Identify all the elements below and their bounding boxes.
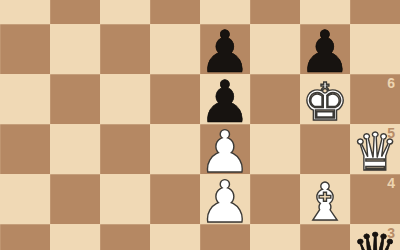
square-b8[interactable] xyxy=(50,0,100,24)
square-c5[interactable] xyxy=(100,124,150,174)
square-f6[interactable] xyxy=(250,74,300,124)
square-b7[interactable] xyxy=(50,24,100,74)
square-f3[interactable] xyxy=(250,224,300,250)
square-h6[interactable]: 6 xyxy=(350,74,400,124)
chess-board-viewport: 65432♟♟♟♚♟♛♟♝♛♟ xyxy=(0,0,400,250)
chess-board[interactable]: 65432♟♟♟♚♟♛♟♝♛♟ xyxy=(0,0,400,250)
square-c8[interactable] xyxy=(100,0,150,24)
square-d6[interactable] xyxy=(150,74,200,124)
square-a8[interactable] xyxy=(0,0,50,24)
square-c7[interactable] xyxy=(100,24,150,74)
square-a6[interactable] xyxy=(0,74,50,124)
white-king-g6[interactable]: ♚ xyxy=(300,77,350,127)
white-queen-h5[interactable]: ♛ xyxy=(350,127,400,177)
square-b5[interactable] xyxy=(50,124,100,174)
square-d3[interactable] xyxy=(150,224,200,250)
white-bishop-g4[interactable]: ♝ xyxy=(300,177,350,227)
square-a5[interactable] xyxy=(0,124,50,174)
square-b6[interactable] xyxy=(50,74,100,124)
square-b3[interactable] xyxy=(50,224,100,250)
square-f4[interactable] xyxy=(250,174,300,224)
square-a7[interactable] xyxy=(0,24,50,74)
white-pawn-e4[interactable]: ♟ xyxy=(200,177,250,227)
rank-label-6: 6 xyxy=(387,76,395,90)
square-d7[interactable] xyxy=(150,24,200,74)
square-c4[interactable] xyxy=(100,174,150,224)
square-c6[interactable] xyxy=(100,74,150,124)
square-d5[interactable] xyxy=(150,124,200,174)
square-d4[interactable] xyxy=(150,174,200,224)
square-b4[interactable] xyxy=(50,174,100,224)
square-a3[interactable] xyxy=(0,224,50,250)
square-c3[interactable] xyxy=(100,224,150,250)
square-a4[interactable] xyxy=(0,174,50,224)
square-h8[interactable] xyxy=(350,0,400,24)
square-h7[interactable] xyxy=(350,24,400,74)
black-queen-h3[interactable]: ♛ xyxy=(350,227,400,250)
square-f7[interactable] xyxy=(250,24,300,74)
square-f5[interactable] xyxy=(250,124,300,174)
square-f8[interactable] xyxy=(250,0,300,24)
black-pawn-g7[interactable]: ♟ xyxy=(300,27,350,77)
square-d8[interactable] xyxy=(150,0,200,24)
